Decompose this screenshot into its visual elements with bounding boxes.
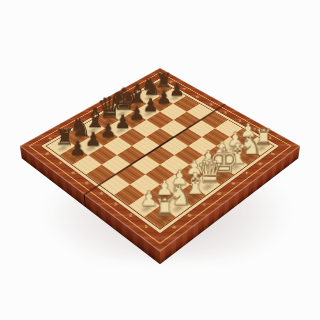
- piece-white-rook[interactable]: ♜: [154, 196, 176, 221]
- board-frame: ♜♞♝♛♚♝♞♜♟♟♟♟♟♟♟♟♟♟♟♟♟♟♟♟♜♞♝♛♚♝♞♜ aabbccd…: [20, 68, 300, 252]
- coordinate-label: 6: [70, 169, 76, 178]
- chess-board: ♜♞♝♛♚♝♞♜♟♟♟♟♟♟♟♟♟♟♟♟♟♟♟♟♜♞♝♛♚♝♞♜ aabbccd…: [20, 68, 300, 252]
- photo-background: ♜♞♝♛♚♝♞♜♟♟♟♟♟♟♟♟♟♟♟♟♟♟♟♟♜♞♝♛♚♝♞♜ aabbccd…: [0, 0, 320, 320]
- piece-black-pawn[interactable]: ♟: [69, 139, 86, 158]
- piece-black-pawn[interactable]: ♟: [114, 112, 131, 131]
- piece-black-pawn[interactable]: ♟: [85, 130, 102, 149]
- piece-black-pawn[interactable]: ♟: [129, 104, 145, 122]
- board-squares: ♜♞♝♛♚♝♞♜♟♟♟♟♟♟♟♟♟♟♟♟♟♟♟♟♜♞♝♛♚♝♞♜: [47, 81, 273, 228]
- scene: ♜♞♝♛♚♝♞♜♟♟♟♟♟♟♟♟♟♟♟♟♟♟♟♟♜♞♝♛♚♝♞♜ aabbccd…: [0, 0, 320, 320]
- piece-black-pawn[interactable]: ♟: [100, 121, 117, 140]
